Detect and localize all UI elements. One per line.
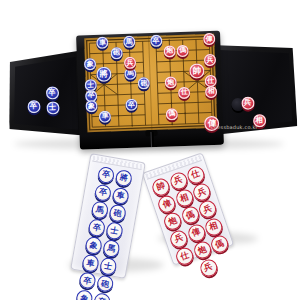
- xiangqi-piece-red-炮[interactable]: 炮: [163, 45, 175, 57]
- bag-piece-red-兵[interactable]: 兵: [168, 228, 190, 250]
- bag-piece-blue-卒[interactable]: 卒: [97, 165, 116, 184]
- bag-piece-red-帥[interactable]: 帥: [150, 176, 172, 198]
- bag-piece-blue-象[interactable]: 象: [84, 236, 103, 255]
- bag-piece-red-仕[interactable]: 仕: [185, 164, 207, 186]
- bag-piece-blue-砲[interactable]: 砲: [96, 274, 115, 293]
- bag-piece-blue-卒[interactable]: 卒: [87, 218, 106, 237]
- captured-piece-blue-士[interactable]: 士: [46, 101, 59, 114]
- bag-piece-blue-車[interactable]: 車: [111, 186, 130, 205]
- blue-bag-pieces: 卒將卒車馬砲卒士象馬車士卒砲象卒: [65, 163, 143, 300]
- bag-piece-blue-砲[interactable]: 砲: [108, 204, 127, 223]
- bag-piece-blue-卒[interactable]: 卒: [78, 271, 97, 290]
- bag-piece-blue-士[interactable]: 士: [105, 221, 124, 240]
- bag-piece-red-兵[interactable]: 兵: [197, 199, 219, 221]
- bag-piece-red-傌[interactable]: 傌: [209, 234, 231, 256]
- xiangqi-piece-red-相[interactable]: 相: [205, 85, 217, 97]
- bag-piece-blue-馬[interactable]: 馬: [102, 239, 121, 258]
- xiangqi-piece-blue-卒[interactable]: 卒: [150, 35, 162, 47]
- bag-piece-blue-象[interactable]: 象: [75, 289, 94, 300]
- bag-piece-red-炮[interactable]: 炮: [162, 211, 184, 233]
- bag-piece-blue-士[interactable]: 士: [99, 257, 118, 276]
- bag-piece-blue-將[interactable]: 將: [114, 169, 133, 188]
- red-pieces-bag[interactable]: 帥兵仕俥相兵炮傌兵兵俥相仕炮傌兵: [142, 152, 234, 265]
- bag-piece-blue-卒[interactable]: 卒: [93, 183, 112, 202]
- xiangqi-set: 卒卒士 兵相 車馬卒砲象將馬士砲卒象卒車俥炮傌兵兵帥炮仕仕相傌俥: [6, 28, 300, 152]
- bag-piece-red-仕[interactable]: 仕: [174, 245, 196, 267]
- bag-piece-red-炮[interactable]: 炮: [191, 240, 213, 262]
- red-bag-pieces: 帥兵仕俥相兵炮傌兵兵俥相仕炮傌兵: [146, 162, 241, 286]
- xiangqi-board[interactable]: 車馬卒砲象將馬士砲卒象卒車俥炮傌兵兵帥炮仕仕相傌俥: [84, 34, 217, 132]
- bag-piece-blue-馬[interactable]: 馬: [90, 201, 109, 220]
- xiangqi-piece-red-傌[interactable]: 傌: [166, 108, 178, 120]
- case-bottom-seam: [150, 132, 154, 147]
- bag-piece-red-兵[interactable]: 兵: [197, 257, 219, 279]
- captured-piece-blue-卒[interactable]: 卒: [27, 99, 40, 112]
- bag-piece-blue-車[interactable]: 車: [81, 253, 100, 272]
- xiangqi-piece-blue-砲[interactable]: 砲: [110, 47, 122, 59]
- board-case: 車馬卒砲象將馬士砲卒象卒車俥炮傌兵兵帥炮仕仕相傌俥: [76, 31, 224, 150]
- watermark-text: chessbaduk.co.kr: [211, 124, 258, 130]
- xiangqi-piece-blue-馬[interactable]: 馬: [124, 67, 136, 79]
- captured-piece-blue-卒[interactable]: 卒: [45, 86, 58, 99]
- captured-piece-red-兵[interactable]: 兵: [241, 96, 254, 109]
- bag-piece-blue-卒[interactable]: 卒: [92, 292, 111, 300]
